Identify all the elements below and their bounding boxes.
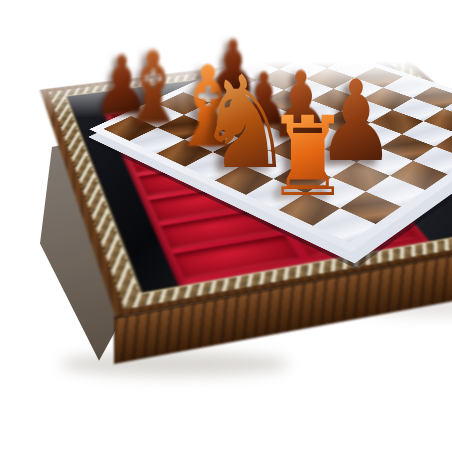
overexposure-fade	[0, 0, 452, 118]
chess-set-photo: ♟♝♟♝♟♞♟♜♟	[0, 0, 452, 452]
